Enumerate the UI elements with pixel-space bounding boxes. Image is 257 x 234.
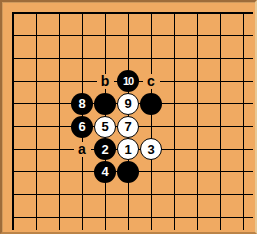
grid-vline [59, 12, 60, 230]
stone-black-move-8: 8 [71, 93, 93, 115]
go-diagram-frame: abc10896572134 [0, 0, 257, 234]
grid-hline [12, 217, 253, 218]
stone-black-f12 [117, 161, 139, 183]
stone-black-move-4: 4 [94, 161, 116, 183]
point-label-a: a [74, 142, 91, 157]
grid-hline [12, 194, 253, 195]
stone-black-move-6: 6 [71, 116, 93, 138]
stone-white-move-9: 9 [117, 93, 139, 115]
stone-black-move-10: 10 [117, 70, 139, 92]
point-label-c: c [143, 74, 160, 89]
stone-black-move-2: 2 [94, 138, 116, 160]
stone-white-move-1: 1 [117, 138, 139, 160]
stone-black-g15 [140, 93, 162, 115]
grid-vline [174, 12, 175, 230]
stone-white-move-3: 3 [140, 138, 162, 160]
grid-vline [220, 12, 221, 230]
grid-hline [12, 35, 253, 36]
grid-vline [12, 12, 14, 230]
grid-vline [36, 12, 37, 230]
grid-hline [12, 58, 253, 59]
grid-hline [12, 12, 253, 14]
stone-black-e15 [94, 93, 116, 115]
stone-white-move-5: 5 [94, 116, 116, 138]
grid-vline [243, 12, 244, 230]
point-label-b: b [97, 74, 114, 89]
stone-white-move-7: 7 [117, 116, 139, 138]
grid-vline [197, 12, 198, 230]
grid-vline [151, 12, 152, 230]
go-board: abc10896572134 [2, 2, 255, 232]
